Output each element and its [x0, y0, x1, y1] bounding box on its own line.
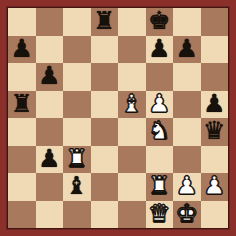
square-e4[interactable]: [118, 118, 146, 146]
square-g5[interactable]: [173, 91, 201, 119]
square-b2[interactable]: [36, 173, 64, 201]
black-queen-icon[interactable]: ♛: [203, 118, 225, 145]
square-b5[interactable]: [36, 91, 64, 119]
black-pawn-icon[interactable]: ♟: [148, 36, 170, 63]
square-d3[interactable]: [91, 146, 119, 174]
white-king-icon[interactable]: ♚: [176, 201, 198, 228]
white-knight-icon[interactable]: ♞: [148, 118, 170, 145]
chess-diagram: ♜♚♟♟♟♟♜♝♟♟♞♛♟♜♝♜♟♟♛♚: [0, 0, 236, 236]
white-pawn-icon[interactable]: ♟: [203, 173, 225, 200]
square-g2[interactable]: ♟: [173, 173, 201, 201]
black-pawn-icon[interactable]: ♟: [176, 36, 198, 63]
black-pawn-icon[interactable]: ♟: [11, 36, 33, 63]
square-f5[interactable]: ♟: [146, 91, 174, 119]
chess-board: ♜♚♟♟♟♟♜♝♟♟♞♛♟♜♝♜♟♟♛♚: [8, 8, 228, 228]
square-a1[interactable]: [8, 201, 36, 229]
square-b7[interactable]: [36, 36, 64, 64]
square-f6[interactable]: [146, 63, 174, 91]
square-h7[interactable]: [201, 36, 229, 64]
square-c7[interactable]: [63, 36, 91, 64]
square-a2[interactable]: [8, 173, 36, 201]
square-h8[interactable]: [201, 8, 229, 36]
square-e8[interactable]: [118, 8, 146, 36]
square-c6[interactable]: [63, 63, 91, 91]
square-g3[interactable]: [173, 146, 201, 174]
square-c8[interactable]: [63, 8, 91, 36]
square-a7[interactable]: ♟: [8, 36, 36, 64]
white-rook-icon[interactable]: ♜: [148, 173, 170, 200]
square-h4[interactable]: ♛: [201, 118, 229, 146]
square-b8[interactable]: [36, 8, 64, 36]
black-pawn-icon[interactable]: ♟: [38, 63, 60, 90]
square-h3[interactable]: [201, 146, 229, 174]
square-g7[interactable]: ♟: [173, 36, 201, 64]
square-g4[interactable]: [173, 118, 201, 146]
square-g8[interactable]: [173, 8, 201, 36]
square-f3[interactable]: [146, 146, 174, 174]
square-f2[interactable]: ♜: [146, 173, 174, 201]
square-a4[interactable]: [8, 118, 36, 146]
black-rook-icon[interactable]: ♜: [93, 8, 115, 35]
square-f8[interactable]: ♚: [146, 8, 174, 36]
black-rook-icon[interactable]: ♜: [11, 91, 33, 118]
square-a3[interactable]: [8, 146, 36, 174]
square-d8[interactable]: ♜: [91, 8, 119, 36]
square-e6[interactable]: [118, 63, 146, 91]
square-c1[interactable]: [63, 201, 91, 229]
square-b3[interactable]: ♟: [36, 146, 64, 174]
black-king-icon[interactable]: ♚: [148, 8, 170, 35]
square-f1[interactable]: ♛: [146, 201, 174, 229]
board-frame: ♜♚♟♟♟♟♜♝♟♟♞♛♟♜♝♜♟♟♛♚: [0, 0, 236, 236]
square-c3[interactable]: ♜: [63, 146, 91, 174]
square-h5[interactable]: ♟: [201, 91, 229, 119]
square-d1[interactable]: [91, 201, 119, 229]
white-pawn-icon[interactable]: ♟: [148, 91, 170, 118]
black-pawn-icon[interactable]: ♟: [38, 146, 60, 173]
square-c2[interactable]: ♝: [63, 173, 91, 201]
white-queen-icon[interactable]: ♛: [148, 201, 170, 228]
square-e2[interactable]: [118, 173, 146, 201]
white-pawn-icon[interactable]: ♟: [176, 173, 198, 200]
white-bishop-icon[interactable]: ♝: [121, 91, 143, 118]
black-bishop-icon[interactable]: ♝: [66, 173, 88, 200]
square-d2[interactable]: [91, 173, 119, 201]
square-g6[interactable]: [173, 63, 201, 91]
square-g1[interactable]: ♚: [173, 201, 201, 229]
square-d4[interactable]: [91, 118, 119, 146]
square-b1[interactable]: [36, 201, 64, 229]
square-a5[interactable]: ♜: [8, 91, 36, 119]
square-a8[interactable]: [8, 8, 36, 36]
square-e3[interactable]: [118, 146, 146, 174]
square-d7[interactable]: [91, 36, 119, 64]
square-h6[interactable]: [201, 63, 229, 91]
square-f7[interactable]: ♟: [146, 36, 174, 64]
square-d5[interactable]: [91, 91, 119, 119]
square-a6[interactable]: [8, 63, 36, 91]
square-c4[interactable]: [63, 118, 91, 146]
square-d6[interactable]: [91, 63, 119, 91]
square-f4[interactable]: ♞: [146, 118, 174, 146]
square-e1[interactable]: [118, 201, 146, 229]
square-h2[interactable]: ♟: [201, 173, 229, 201]
white-rook-icon[interactable]: ♜: [66, 146, 88, 173]
square-c5[interactable]: [63, 91, 91, 119]
square-e5[interactable]: ♝: [118, 91, 146, 119]
square-e7[interactable]: [118, 36, 146, 64]
square-b6[interactable]: ♟: [36, 63, 64, 91]
black-pawn-icon[interactable]: ♟: [203, 91, 225, 118]
square-h1[interactable]: [201, 201, 229, 229]
square-b4[interactable]: [36, 118, 64, 146]
